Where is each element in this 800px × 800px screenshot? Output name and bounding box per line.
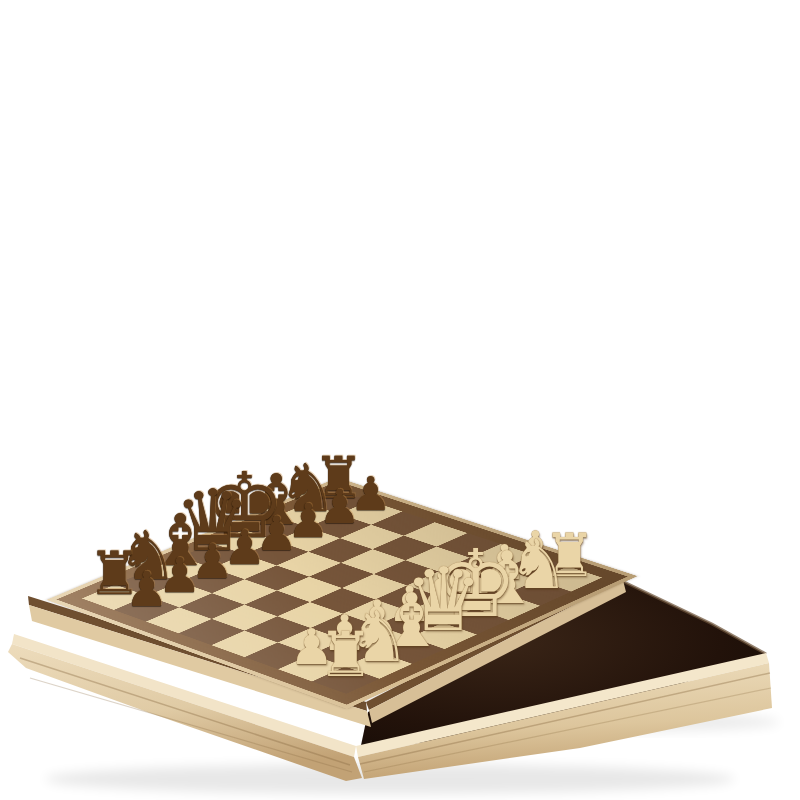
- chess-set-photo: ♜♞♝♛♚♝♞♜♟♟♟♟♟♟♟♟♟♟♟♟♟♟♟♟♜♞♝♛♚♝♞♜: [0, 0, 800, 800]
